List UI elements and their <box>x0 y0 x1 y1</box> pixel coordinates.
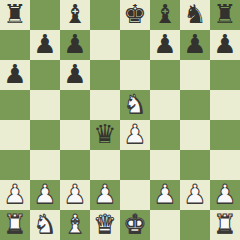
white-queen[interactable]: ♛ <box>93 209 116 239</box>
black-bishop[interactable]: ♝ <box>153 0 176 29</box>
square-f6[interactable] <box>150 60 180 90</box>
square-b2[interactable]: ♟ <box>30 180 60 210</box>
white-rook[interactable]: ♜ <box>3 209 26 239</box>
square-h6[interactable] <box>210 60 240 90</box>
square-c2[interactable]: ♟ <box>60 180 90 210</box>
square-a2[interactable]: ♟ <box>0 180 30 210</box>
square-e8[interactable]: ♚ <box>120 0 150 30</box>
square-g8[interactable]: ♞ <box>180 0 210 30</box>
square-e2[interactable] <box>120 180 150 210</box>
square-g5[interactable] <box>180 90 210 120</box>
square-e1[interactable]: ♚ <box>120 210 150 240</box>
square-g1[interactable] <box>180 210 210 240</box>
square-h4[interactable] <box>210 120 240 150</box>
white-pawn[interactable]: ♟ <box>213 179 236 209</box>
white-pawn[interactable]: ♟ <box>123 119 146 149</box>
black-rook[interactable]: ♜ <box>3 0 26 29</box>
square-b4[interactable] <box>30 120 60 150</box>
white-pawn[interactable]: ♟ <box>3 179 26 209</box>
white-knight[interactable]: ♞ <box>123 89 146 119</box>
square-e4[interactable]: ♟ <box>120 120 150 150</box>
square-d1[interactable]: ♛ <box>90 210 120 240</box>
square-d8[interactable] <box>90 0 120 30</box>
square-a5[interactable] <box>0 90 30 120</box>
square-e7[interactable] <box>120 30 150 60</box>
square-c8[interactable]: ♝ <box>60 0 90 30</box>
black-pawn[interactable]: ♟ <box>213 29 236 59</box>
square-a1[interactable]: ♜ <box>0 210 30 240</box>
black-knight[interactable]: ♞ <box>183 0 206 29</box>
square-h8[interactable]: ♜ <box>210 0 240 30</box>
square-f2[interactable]: ♟ <box>150 180 180 210</box>
square-c3[interactable] <box>60 150 90 180</box>
black-rook[interactable]: ♜ <box>213 0 236 29</box>
square-f8[interactable]: ♝ <box>150 0 180 30</box>
black-queen[interactable]: ♛ <box>93 119 116 149</box>
square-d2[interactable]: ♟ <box>90 180 120 210</box>
black-pawn[interactable]: ♟ <box>33 29 56 59</box>
white-bishop[interactable]: ♝ <box>63 209 86 239</box>
square-g3[interactable] <box>180 150 210 180</box>
square-b5[interactable] <box>30 90 60 120</box>
square-g2[interactable]: ♟ <box>180 180 210 210</box>
square-c5[interactable] <box>60 90 90 120</box>
square-f1[interactable] <box>150 210 180 240</box>
square-a8[interactable]: ♜ <box>0 0 30 30</box>
square-b1[interactable]: ♞ <box>30 210 60 240</box>
chess-board-container: ♜♝♚♝♞♜♟♟♟♟♟♟♟♞♛♟♟♟♟♟♟♟♟♜♞♝♛♚♜ <box>0 0 240 240</box>
square-d6[interactable] <box>90 60 120 90</box>
square-d7[interactable] <box>90 30 120 60</box>
black-pawn[interactable]: ♟ <box>63 59 86 89</box>
square-h2[interactable]: ♟ <box>210 180 240 210</box>
square-e6[interactable] <box>120 60 150 90</box>
square-b8[interactable] <box>30 0 60 30</box>
square-c7[interactable]: ♟ <box>60 30 90 60</box>
square-d4[interactable]: ♛ <box>90 120 120 150</box>
square-b6[interactable] <box>30 60 60 90</box>
black-pawn[interactable]: ♟ <box>153 29 176 59</box>
black-pawn[interactable]: ♟ <box>183 29 206 59</box>
chess-board: ♜♝♚♝♞♜♟♟♟♟♟♟♟♞♛♟♟♟♟♟♟♟♟♜♞♝♛♚♜ <box>0 0 240 240</box>
square-d5[interactable] <box>90 90 120 120</box>
square-c6[interactable]: ♟ <box>60 60 90 90</box>
square-h5[interactable] <box>210 90 240 120</box>
white-king[interactable]: ♚ <box>123 209 146 239</box>
square-b3[interactable] <box>30 150 60 180</box>
white-pawn[interactable]: ♟ <box>93 179 116 209</box>
black-pawn[interactable]: ♟ <box>63 29 86 59</box>
square-g4[interactable] <box>180 120 210 150</box>
white-pawn[interactable]: ♟ <box>153 179 176 209</box>
black-bishop[interactable]: ♝ <box>63 0 86 29</box>
square-h1[interactable]: ♜ <box>210 210 240 240</box>
black-king[interactable]: ♚ <box>123 0 146 29</box>
white-pawn[interactable]: ♟ <box>183 179 206 209</box>
square-f7[interactable]: ♟ <box>150 30 180 60</box>
white-pawn[interactable]: ♟ <box>63 179 86 209</box>
square-h3[interactable] <box>210 150 240 180</box>
square-f4[interactable] <box>150 120 180 150</box>
square-c1[interactable]: ♝ <box>60 210 90 240</box>
square-b7[interactable]: ♟ <box>30 30 60 60</box>
white-pawn[interactable]: ♟ <box>33 179 56 209</box>
square-g6[interactable] <box>180 60 210 90</box>
black-pawn[interactable]: ♟ <box>3 59 26 89</box>
square-g7[interactable]: ♟ <box>180 30 210 60</box>
square-f3[interactable] <box>150 150 180 180</box>
white-knight[interactable]: ♞ <box>33 209 56 239</box>
white-rook[interactable]: ♜ <box>213 209 236 239</box>
square-a4[interactable] <box>0 120 30 150</box>
square-c4[interactable] <box>60 120 90 150</box>
square-a7[interactable] <box>0 30 30 60</box>
square-e3[interactable] <box>120 150 150 180</box>
square-f5[interactable] <box>150 90 180 120</box>
square-d3[interactable] <box>90 150 120 180</box>
square-a6[interactable]: ♟ <box>0 60 30 90</box>
square-h7[interactable]: ♟ <box>210 30 240 60</box>
square-a3[interactable] <box>0 150 30 180</box>
square-e5[interactable]: ♞ <box>120 90 150 120</box>
